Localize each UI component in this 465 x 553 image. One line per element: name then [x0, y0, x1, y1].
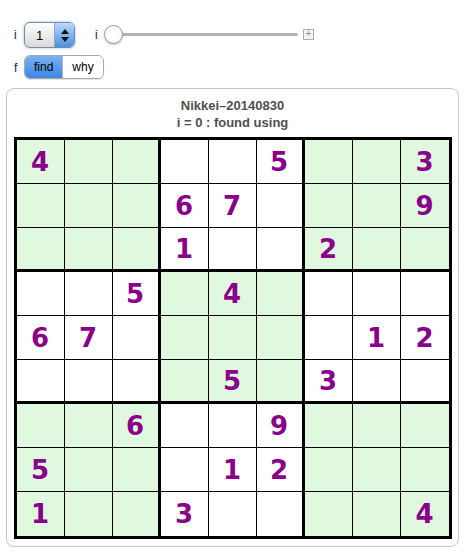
- cell-r1c6: 5: [257, 140, 305, 184]
- i-stepper-value: 1: [25, 23, 54, 47]
- cell-r8c7: [305, 448, 353, 492]
- cell-r9c5: [209, 492, 257, 536]
- cell-r6c9: [401, 360, 449, 404]
- cell-r6c1: [17, 360, 65, 404]
- cell-r8c9: [401, 448, 449, 492]
- cell-r1c8: [353, 140, 401, 184]
- cell-r5c9: 2: [401, 316, 449, 360]
- cell-r6c5: 5: [209, 360, 257, 404]
- cell-r2c3: [113, 184, 161, 228]
- cell-r9c9: 4: [401, 492, 449, 536]
- puzzle-title: Nikkei–20140830: [7, 98, 458, 113]
- toggle-label: f: [14, 61, 17, 75]
- puzzle-subtitle: i = 0 : found using: [7, 115, 458, 130]
- cell-r5c8: 1: [353, 316, 401, 360]
- why-button[interactable]: why: [63, 56, 102, 78]
- cell-r6c7: 3: [305, 360, 353, 404]
- cell-r4c7: [305, 272, 353, 316]
- cell-r3c7: 2: [305, 228, 353, 272]
- cell-r6c8: [353, 360, 401, 404]
- cell-r2c1: [17, 184, 65, 228]
- expand-plus-icon[interactable]: +: [303, 29, 314, 40]
- cell-r2c7: [305, 184, 353, 228]
- cell-r5c3: [113, 316, 161, 360]
- cell-r8c8: [353, 448, 401, 492]
- cell-r9c1: 1: [17, 492, 65, 536]
- cell-r4c1: [17, 272, 65, 316]
- cell-r7c3: 6: [113, 404, 161, 448]
- sudoku-grid: 453679125467125369512134: [14, 137, 452, 539]
- cell-r8c4: [161, 448, 209, 492]
- stepper-arrows-icon[interactable]: [54, 23, 74, 47]
- cell-r2c4: 6: [161, 184, 209, 228]
- cell-r7c1: [17, 404, 65, 448]
- cell-r1c7: [305, 140, 353, 184]
- cell-r8c6: 2: [257, 448, 305, 492]
- cell-r9c2: [65, 492, 113, 536]
- cell-r9c7: [305, 492, 353, 536]
- cell-r7c5: [209, 404, 257, 448]
- cell-r1c9: 3: [401, 140, 449, 184]
- cell-r5c1: 6: [17, 316, 65, 360]
- cell-r8c5: 1: [209, 448, 257, 492]
- stepper-up-icon[interactable]: [61, 29, 69, 34]
- find-button[interactable]: find: [25, 56, 62, 78]
- cell-r9c8: [353, 492, 401, 536]
- cell-r3c2: [65, 228, 113, 272]
- cell-r4c4: [161, 272, 209, 316]
- cell-r3c8: [353, 228, 401, 272]
- stepper-label: i: [14, 28, 17, 42]
- i-slider-track[interactable]: [107, 33, 298, 36]
- cell-r8c3: [113, 448, 161, 492]
- cell-r4c5: 4: [209, 272, 257, 316]
- cell-r6c3: [113, 360, 161, 404]
- cell-r3c4: 1: [161, 228, 209, 272]
- find-why-setter[interactable]: find why: [24, 55, 104, 79]
- cell-r9c4: 3: [161, 492, 209, 536]
- cell-r1c5: [209, 140, 257, 184]
- cell-r7c7: [305, 404, 353, 448]
- output-panel: Nikkei–20140830 i = 0 : found using 4536…: [6, 88, 459, 547]
- cell-r7c8: [353, 404, 401, 448]
- stepper-down-icon[interactable]: [61, 37, 69, 42]
- cell-r3c1: [17, 228, 65, 272]
- cell-r4c3: 5: [113, 272, 161, 316]
- cell-r7c6: 9: [257, 404, 305, 448]
- cell-r1c4: [161, 140, 209, 184]
- cell-r4c6: [257, 272, 305, 316]
- cell-r5c4: [161, 316, 209, 360]
- cell-r5c5: [209, 316, 257, 360]
- cell-r7c9: [401, 404, 449, 448]
- i-slider-thumb[interactable]: [104, 25, 123, 44]
- cell-r1c1: 4: [17, 140, 65, 184]
- cell-r2c6: [257, 184, 305, 228]
- cell-r6c4: [161, 360, 209, 404]
- cell-r2c2: [65, 184, 113, 228]
- cell-r9c6: [257, 492, 305, 536]
- cell-r8c2: [65, 448, 113, 492]
- cell-r2c9: 9: [401, 184, 449, 228]
- cell-r1c3: [113, 140, 161, 184]
- cell-r3c5: [209, 228, 257, 272]
- cell-r3c9: [401, 228, 449, 272]
- cell-r5c2: 7: [65, 316, 113, 360]
- cell-r7c2: [65, 404, 113, 448]
- cell-r5c7: [305, 316, 353, 360]
- cell-r2c8: [353, 184, 401, 228]
- i-stepper[interactable]: 1: [24, 22, 75, 48]
- cell-r6c2: [65, 360, 113, 404]
- cell-r6c6: [257, 360, 305, 404]
- cell-r5c6: [257, 316, 305, 360]
- cell-r4c2: [65, 272, 113, 316]
- cell-r8c1: 5: [17, 448, 65, 492]
- cell-r4c9: [401, 272, 449, 316]
- cell-r3c6: [257, 228, 305, 272]
- cell-r7c4: [161, 404, 209, 448]
- cell-r2c5: 7: [209, 184, 257, 228]
- cell-r9c3: [113, 492, 161, 536]
- cell-r4c8: [353, 272, 401, 316]
- cell-r3c3: [113, 228, 161, 272]
- cell-r1c2: [65, 140, 113, 184]
- slider-label: i: [95, 28, 98, 42]
